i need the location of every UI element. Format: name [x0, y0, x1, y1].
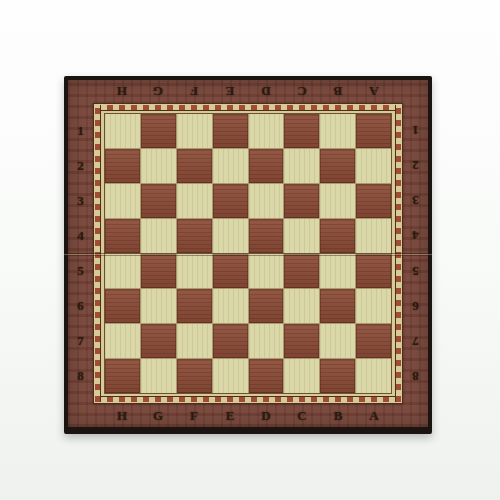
- square-e3[interactable]: [213, 184, 248, 218]
- coord-label-2: 2: [68, 148, 93, 183]
- coord-label-b: B: [320, 80, 356, 103]
- square-f6[interactable]: [177, 289, 212, 323]
- rank-labels-left: 12345678: [68, 113, 93, 394]
- square-a4[interactable]: [356, 219, 391, 253]
- square-c1[interactable]: [284, 114, 319, 148]
- square-e4[interactable]: [213, 219, 248, 253]
- coord-label-c: C: [284, 405, 320, 427]
- square-g3[interactable]: [141, 184, 176, 218]
- coord-label-6: 6: [403, 289, 428, 324]
- square-h8[interactable]: [105, 359, 140, 393]
- square-a3[interactable]: [356, 184, 391, 218]
- coord-label-f: F: [176, 405, 212, 427]
- square-f4[interactable]: [177, 219, 212, 253]
- square-g1[interactable]: [141, 114, 176, 148]
- coord-label-3: 3: [403, 183, 428, 218]
- square-b7[interactable]: [320, 324, 355, 358]
- coord-label-2: 2: [403, 148, 428, 183]
- square-f8[interactable]: [177, 359, 212, 393]
- coord-label-g: G: [140, 405, 176, 427]
- square-f2[interactable]: [177, 149, 212, 183]
- square-e6[interactable]: [213, 289, 248, 323]
- square-d4[interactable]: [249, 219, 284, 253]
- coord-label-c: C: [284, 80, 320, 103]
- square-f3[interactable]: [177, 184, 212, 218]
- square-a7[interactable]: [356, 324, 391, 358]
- inlay-ribbon-top: [95, 105, 401, 111]
- square-c4[interactable]: [284, 219, 319, 253]
- square-e8[interactable]: [213, 359, 248, 393]
- square-f1[interactable]: [177, 114, 212, 148]
- coord-label-b: B: [320, 405, 356, 427]
- square-d5[interactable]: [249, 254, 284, 288]
- inlay-ribbon-left: [95, 105, 101, 402]
- square-c3[interactable]: [284, 184, 319, 218]
- square-d6[interactable]: [249, 289, 284, 323]
- square-g7[interactable]: [141, 324, 176, 358]
- coord-label-6: 6: [68, 289, 93, 324]
- square-a6[interactable]: [356, 289, 391, 323]
- square-e5[interactable]: [213, 254, 248, 288]
- square-a5[interactable]: [356, 254, 391, 288]
- coord-label-h: H: [104, 80, 140, 103]
- inlay-ribbon-right: [395, 105, 401, 402]
- square-c8[interactable]: [284, 359, 319, 393]
- coord-label-7: 7: [68, 324, 93, 359]
- square-b3[interactable]: [320, 184, 355, 218]
- squares-grid: [104, 113, 392, 394]
- square-b1[interactable]: [320, 114, 355, 148]
- coord-label-d: D: [248, 80, 284, 103]
- square-b4[interactable]: [320, 219, 355, 253]
- square-b5[interactable]: [320, 254, 355, 288]
- coord-label-5: 5: [403, 254, 428, 289]
- coord-label-e: E: [212, 405, 248, 427]
- square-d2[interactable]: [249, 149, 284, 183]
- square-h6[interactable]: [105, 289, 140, 323]
- coord-label-e: E: [212, 80, 248, 103]
- square-c6[interactable]: [284, 289, 319, 323]
- coord-label-1: 1: [68, 113, 93, 148]
- square-f5[interactable]: [177, 254, 212, 288]
- square-e7[interactable]: [213, 324, 248, 358]
- square-f7[interactable]: [177, 324, 212, 358]
- square-d7[interactable]: [249, 324, 284, 358]
- square-b2[interactable]: [320, 149, 355, 183]
- coord-label-3: 3: [68, 183, 93, 218]
- square-g2[interactable]: [141, 149, 176, 183]
- square-e2[interactable]: [213, 149, 248, 183]
- square-b8[interactable]: [320, 359, 355, 393]
- square-h4[interactable]: [105, 219, 140, 253]
- square-a2[interactable]: [356, 149, 391, 183]
- square-d3[interactable]: [249, 184, 284, 218]
- square-h1[interactable]: [105, 114, 140, 148]
- coord-label-h: H: [104, 405, 140, 427]
- coord-label-f: F: [176, 80, 212, 103]
- square-a8[interactable]: [356, 359, 391, 393]
- square-b6[interactable]: [320, 289, 355, 323]
- file-labels-top: HGFEDCBA: [104, 80, 392, 103]
- inlay-ribbon-bottom: [95, 396, 401, 402]
- square-c2[interactable]: [284, 149, 319, 183]
- square-e1[interactable]: [213, 114, 248, 148]
- coord-label-a: A: [356, 405, 392, 427]
- square-h3[interactable]: [105, 184, 140, 218]
- square-g6[interactable]: [141, 289, 176, 323]
- square-c7[interactable]: [284, 324, 319, 358]
- coord-label-5: 5: [68, 254, 93, 289]
- chess-board: HGFEDCBA HGFEDCBA 12345678 12345678: [64, 76, 432, 434]
- square-g4[interactable]: [141, 219, 176, 253]
- square-h5[interactable]: [105, 254, 140, 288]
- square-a1[interactable]: [356, 114, 391, 148]
- coord-label-4: 4: [68, 218, 93, 253]
- square-h7[interactable]: [105, 324, 140, 358]
- square-h2[interactable]: [105, 149, 140, 183]
- coord-label-4: 4: [403, 218, 428, 253]
- square-g5[interactable]: [141, 254, 176, 288]
- coord-label-8: 8: [403, 359, 428, 394]
- coord-label-d: D: [248, 405, 284, 427]
- square-g8[interactable]: [141, 359, 176, 393]
- square-d8[interactable]: [249, 359, 284, 393]
- coord-label-a: A: [356, 80, 392, 103]
- product-photo-background: HGFEDCBA HGFEDCBA 12345678 12345678: [0, 0, 500, 500]
- file-labels-bottom: HGFEDCBA: [104, 405, 392, 427]
- coord-label-8: 8: [68, 359, 93, 394]
- rank-labels-right: 12345678: [403, 113, 428, 394]
- coord-label-1: 1: [403, 113, 428, 148]
- square-d1[interactable]: [249, 114, 284, 148]
- square-c5[interactable]: [284, 254, 319, 288]
- coord-label-7: 7: [403, 324, 428, 359]
- coord-label-g: G: [140, 80, 176, 103]
